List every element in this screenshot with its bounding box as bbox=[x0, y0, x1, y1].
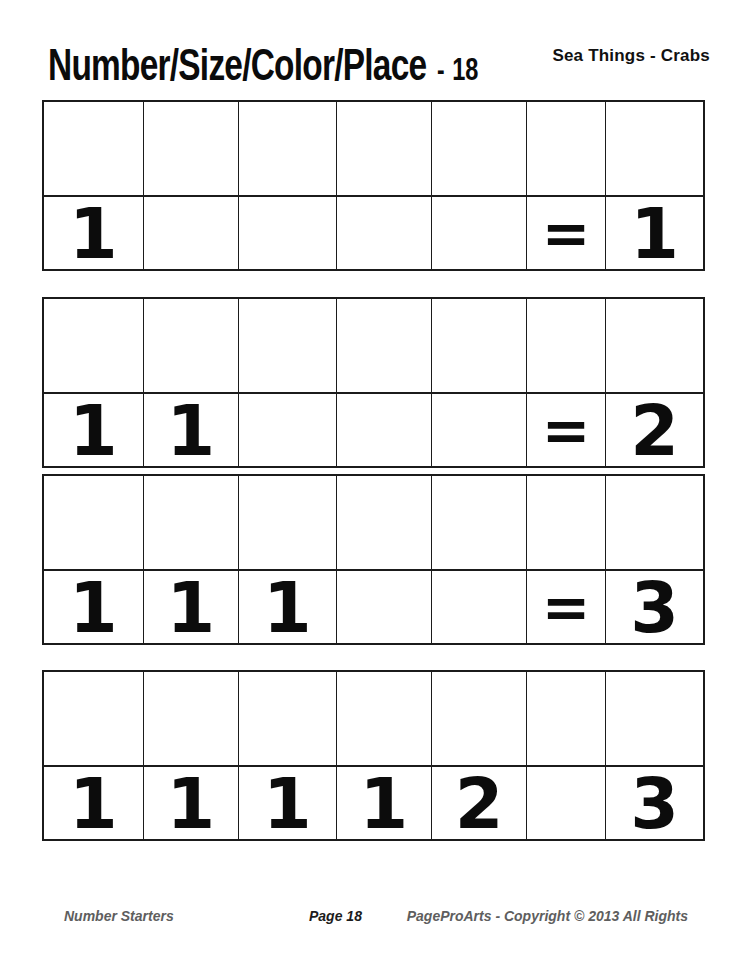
counting-table-3: 111=3 bbox=[42, 474, 705, 645]
worksheet-page: Number/Size/Color/Place-18 Sea Things - … bbox=[0, 0, 750, 971]
empty-cell bbox=[432, 672, 527, 765]
equals-cell: = bbox=[527, 195, 607, 269]
empty-cell bbox=[144, 476, 240, 569]
empty-cell bbox=[527, 102, 607, 195]
empty-cell bbox=[527, 765, 607, 839]
empty-cell bbox=[432, 392, 527, 466]
counting-table-4: 111123 bbox=[42, 670, 705, 841]
number-cell: 2 bbox=[432, 765, 527, 839]
number-cell: 3 bbox=[606, 765, 703, 839]
number-cell: 1 bbox=[239, 569, 337, 643]
number-cell: 1 bbox=[44, 195, 144, 269]
empty-cell bbox=[527, 476, 607, 569]
number-cell: 1 bbox=[337, 765, 433, 839]
empty-cell bbox=[337, 392, 433, 466]
number-cell: 1 bbox=[144, 569, 240, 643]
empty-cell bbox=[239, 195, 337, 269]
counting-table-2: 11=2 bbox=[42, 297, 705, 468]
empty-cell bbox=[606, 672, 703, 765]
worksheet-theme-label: Sea Things - Crabs bbox=[552, 46, 710, 66]
number-cell: 1 bbox=[144, 765, 240, 839]
empty-cell bbox=[606, 102, 703, 195]
empty-cell bbox=[239, 392, 337, 466]
number-cell: 1 bbox=[144, 392, 240, 466]
empty-cell bbox=[606, 299, 703, 392]
page-footer: Number Starters Page 18 PageProArts - Co… bbox=[0, 906, 750, 930]
number-cell: 1 bbox=[44, 392, 144, 466]
page-title-text: Number/Size/Color/Place bbox=[48, 40, 426, 89]
empty-cell bbox=[44, 476, 144, 569]
empty-cell bbox=[337, 672, 433, 765]
empty-cell bbox=[239, 102, 337, 195]
empty-cell bbox=[432, 102, 527, 195]
number-cell: 1 bbox=[44, 765, 144, 839]
empty-cell bbox=[527, 672, 607, 765]
equals-cell: = bbox=[527, 392, 607, 466]
empty-cell bbox=[432, 476, 527, 569]
empty-cell bbox=[144, 299, 240, 392]
empty-cell bbox=[337, 102, 433, 195]
number-cell: 1 bbox=[44, 569, 144, 643]
number-cell: 3 bbox=[606, 569, 703, 643]
empty-cell bbox=[432, 195, 527, 269]
empty-cell bbox=[337, 569, 433, 643]
empty-cell bbox=[527, 299, 607, 392]
footer-copyright: PageProArts - Copyright © 2013 All Right… bbox=[407, 908, 688, 924]
number-cell: 1 bbox=[239, 765, 337, 839]
empty-cell bbox=[44, 672, 144, 765]
page-title: Number/Size/Color/Place-18 bbox=[48, 40, 478, 90]
empty-cell bbox=[239, 476, 337, 569]
footer-series-label: Number Starters bbox=[64, 908, 174, 924]
equals-cell: = bbox=[527, 569, 607, 643]
empty-cell bbox=[432, 299, 527, 392]
empty-cell bbox=[606, 476, 703, 569]
empty-cell bbox=[144, 102, 240, 195]
page-title-number: 18 bbox=[452, 52, 478, 87]
empty-cell bbox=[432, 569, 527, 643]
empty-cell bbox=[337, 299, 433, 392]
empty-cell bbox=[239, 299, 337, 392]
number-cell: 1 bbox=[606, 195, 703, 269]
empty-cell bbox=[337, 195, 433, 269]
empty-cell bbox=[144, 195, 240, 269]
empty-cell bbox=[44, 299, 144, 392]
empty-cell bbox=[144, 672, 240, 765]
empty-cell bbox=[337, 476, 433, 569]
empty-cell bbox=[44, 102, 144, 195]
footer-page-number: Page 18 bbox=[309, 908, 362, 924]
page-title-dash: - bbox=[437, 53, 445, 86]
counting-table-1: 1=1 bbox=[42, 100, 705, 271]
empty-cell bbox=[239, 672, 337, 765]
number-cell: 2 bbox=[606, 392, 703, 466]
